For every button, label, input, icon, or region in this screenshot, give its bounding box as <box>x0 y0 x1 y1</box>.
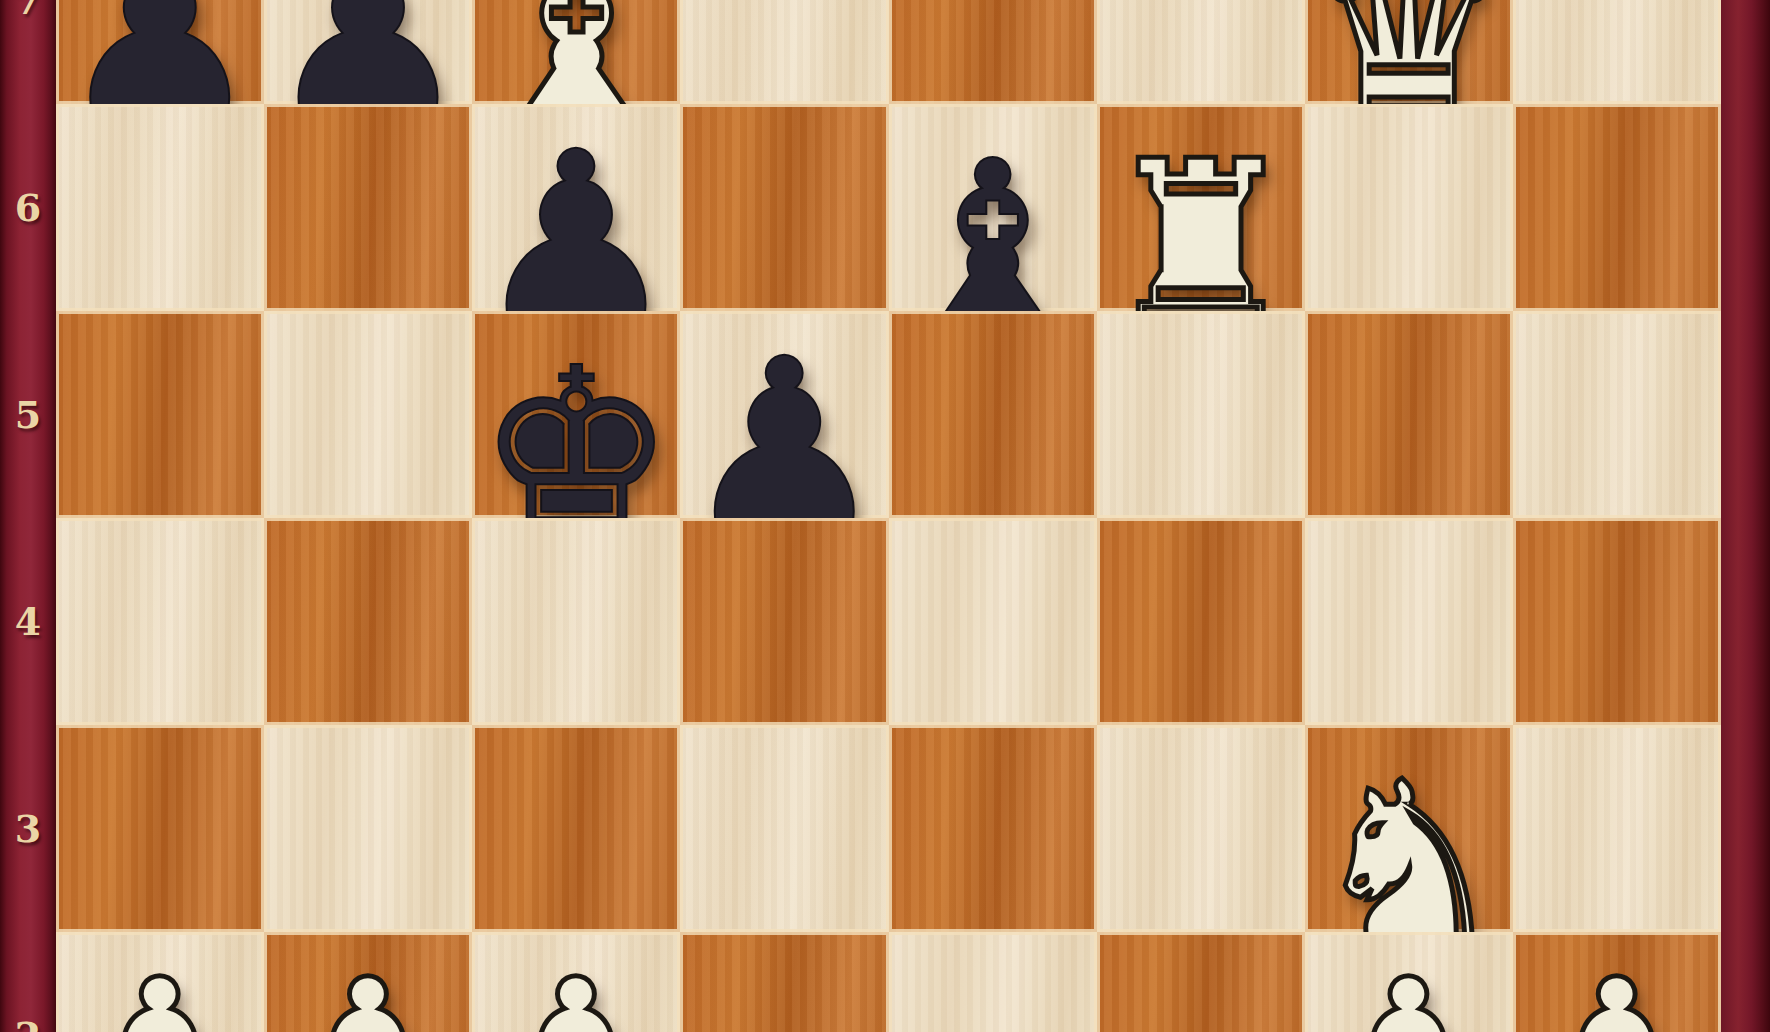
chessboard: ♟♟♝♛♟♝♜♚♟♞♟♟♟♟♟ <box>56 0 1721 1032</box>
square-g7: ♛ <box>1305 0 1513 104</box>
square-a6 <box>56 104 264 311</box>
square-f6: ♜ <box>1097 104 1305 311</box>
square-a2: ♟ <box>56 932 264 1032</box>
square-h6 <box>1513 104 1721 311</box>
square-h7 <box>1513 0 1721 104</box>
square-f7 <box>1097 0 1305 104</box>
square-b5 <box>264 311 472 518</box>
piece-white-pawn-a2: ♟ <box>56 949 264 1032</box>
square-a4 <box>56 518 264 725</box>
square-f3 <box>1097 725 1305 932</box>
square-a5 <box>56 311 264 518</box>
square-d5: ♟ <box>680 311 888 518</box>
square-d2 <box>680 932 888 1032</box>
square-b7: ♟ <box>264 0 472 104</box>
square-f4 <box>1097 518 1305 725</box>
rank-label-7: 7 <box>0 0 56 20</box>
square-h2: ♟ <box>1513 932 1721 1032</box>
square-d6 <box>680 104 888 311</box>
square-b4 <box>264 518 472 725</box>
rank-label-4: 4 <box>0 603 56 641</box>
square-g3: ♞ <box>1305 725 1513 932</box>
square-h5 <box>1513 311 1721 518</box>
square-a3 <box>56 725 264 932</box>
chess-diagram: ♟♟♝♛♟♝♜♚♟♞♟♟♟♟♟ 765432 <box>0 0 1770 1032</box>
rank-label-5: 5 <box>0 396 56 434</box>
square-e3 <box>889 725 1097 932</box>
rank-label-3: 3 <box>0 810 56 848</box>
square-b2: ♟ <box>264 932 472 1032</box>
rank-label-2: 2 <box>0 1017 56 1032</box>
square-e2 <box>889 932 1097 1032</box>
square-c4 <box>472 518 680 725</box>
piece-white-pawn-h2: ♟ <box>1513 949 1721 1032</box>
piece-white-pawn-c2: ♟ <box>472 949 680 1032</box>
square-h4 <box>1513 518 1721 725</box>
square-e5 <box>889 311 1097 518</box>
square-g5 <box>1305 311 1513 518</box>
board-frame-right-rail <box>1721 0 1770 1032</box>
square-e6: ♝ <box>889 104 1097 311</box>
square-d4 <box>680 518 888 725</box>
rank-label-6: 6 <box>0 189 56 227</box>
square-c7: ♝ <box>472 0 680 104</box>
square-c6: ♟ <box>472 104 680 311</box>
square-e7 <box>889 0 1097 104</box>
square-h3 <box>1513 725 1721 932</box>
square-g4 <box>1305 518 1513 725</box>
piece-white-pawn-g2: ♟ <box>1305 949 1513 1032</box>
square-c3 <box>472 725 680 932</box>
square-g6 <box>1305 104 1513 311</box>
square-e4 <box>889 518 1097 725</box>
square-f5 <box>1097 311 1305 518</box>
square-b3 <box>264 725 472 932</box>
board-frame-left-rail <box>0 0 56 1032</box>
square-g2: ♟ <box>1305 932 1513 1032</box>
piece-white-pawn-b2: ♟ <box>264 949 472 1032</box>
square-d7 <box>680 0 888 104</box>
square-f2 <box>1097 932 1305 1032</box>
square-b6 <box>264 104 472 311</box>
square-c2: ♟ <box>472 932 680 1032</box>
square-c5: ♚ <box>472 311 680 518</box>
square-a7: ♟ <box>56 0 264 104</box>
square-d3 <box>680 725 888 932</box>
